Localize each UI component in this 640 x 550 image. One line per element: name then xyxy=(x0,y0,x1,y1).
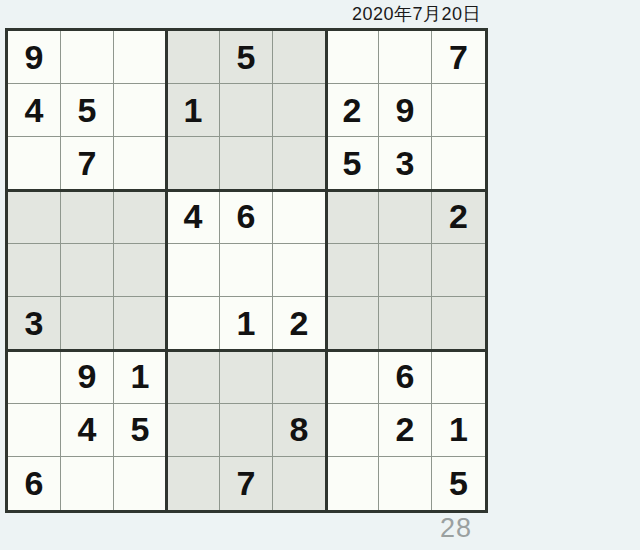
cell-r7c2[interactable]: 9 xyxy=(61,350,114,403)
cell-r3c6[interactable] xyxy=(273,137,326,190)
cell-r9c4[interactable] xyxy=(167,457,220,510)
cell-r7c9[interactable] xyxy=(432,350,485,403)
cell-r6c9[interactable] xyxy=(432,297,485,350)
cell-r2c6[interactable] xyxy=(273,84,326,137)
cell-r9c9[interactable]: 5 xyxy=(432,457,485,510)
cell-r2c5[interactable] xyxy=(220,84,273,137)
cell-r4c1[interactable] xyxy=(8,191,61,244)
cell-r6c8[interactable] xyxy=(379,297,432,350)
cell-r5c1[interactable] xyxy=(8,244,61,297)
cell-r3c5[interactable] xyxy=(220,137,273,190)
puzzle-date-label: 2020年7月20日 xyxy=(352,2,481,26)
cell-r8c7[interactable] xyxy=(326,404,379,457)
cell-r5c9[interactable] xyxy=(432,244,485,297)
cell-r1c6[interactable] xyxy=(273,31,326,84)
cell-r5c4[interactable] xyxy=(167,244,220,297)
cell-r9c3[interactable] xyxy=(114,457,167,510)
cell-r9c5[interactable]: 7 xyxy=(220,457,273,510)
cell-r5c7[interactable] xyxy=(326,244,379,297)
cell-r7c1[interactable] xyxy=(8,350,61,403)
cell-r8c5[interactable] xyxy=(220,404,273,457)
cell-r1c9[interactable]: 7 xyxy=(432,31,485,84)
cell-r7c3[interactable]: 1 xyxy=(114,350,167,403)
cell-r6c5[interactable]: 1 xyxy=(220,297,273,350)
cell-r6c7[interactable] xyxy=(326,297,379,350)
cell-r6c2[interactable] xyxy=(61,297,114,350)
cell-r8c4[interactable] xyxy=(167,404,220,457)
cell-r6c6[interactable]: 2 xyxy=(273,297,326,350)
cell-r1c1[interactable]: 9 xyxy=(8,31,61,84)
cell-r4c5[interactable]: 6 xyxy=(220,191,273,244)
cell-r4c3[interactable] xyxy=(114,191,167,244)
cell-r8c2[interactable]: 4 xyxy=(61,404,114,457)
cell-r1c7[interactable] xyxy=(326,31,379,84)
cell-r2c3[interactable] xyxy=(114,84,167,137)
cell-r8c8[interactable]: 2 xyxy=(379,404,432,457)
cell-r8c3[interactable]: 5 xyxy=(114,404,167,457)
cell-r5c2[interactable] xyxy=(61,244,114,297)
cell-r4c6[interactable] xyxy=(273,191,326,244)
cell-r6c4[interactable] xyxy=(167,297,220,350)
cell-r9c7[interactable] xyxy=(326,457,379,510)
cell-r2c2[interactable]: 5 xyxy=(61,84,114,137)
cell-r5c8[interactable] xyxy=(379,244,432,297)
cell-r9c6[interactable] xyxy=(273,457,326,510)
cell-r1c5[interactable]: 5 xyxy=(220,31,273,84)
cell-r3c2[interactable]: 7 xyxy=(61,137,114,190)
sudoku-board: 9574512975346231291645821675 xyxy=(5,28,488,513)
cell-r3c4[interactable] xyxy=(167,137,220,190)
cell-r5c6[interactable] xyxy=(273,244,326,297)
cell-r7c8[interactable]: 6 xyxy=(379,350,432,403)
cell-r1c3[interactable] xyxy=(114,31,167,84)
cell-r4c7[interactable] xyxy=(326,191,379,244)
cell-r3c3[interactable] xyxy=(114,137,167,190)
cell-r1c8[interactable] xyxy=(379,31,432,84)
cell-r5c3[interactable] xyxy=(114,244,167,297)
cell-r7c7[interactable] xyxy=(326,350,379,403)
cell-r6c3[interactable] xyxy=(114,297,167,350)
cell-r9c8[interactable] xyxy=(379,457,432,510)
cell-r4c9[interactable]: 2 xyxy=(432,191,485,244)
cell-r2c4[interactable]: 1 xyxy=(167,84,220,137)
cell-r1c4[interactable] xyxy=(167,31,220,84)
cell-r3c7[interactable]: 5 xyxy=(326,137,379,190)
cell-r2c1[interactable]: 4 xyxy=(8,84,61,137)
cell-r7c4[interactable] xyxy=(167,350,220,403)
cell-r4c2[interactable] xyxy=(61,191,114,244)
cell-r5c5[interactable] xyxy=(220,244,273,297)
cell-r8c1[interactable] xyxy=(8,404,61,457)
cell-r8c6[interactable]: 8 xyxy=(273,404,326,457)
cell-r9c1[interactable]: 6 xyxy=(8,457,61,510)
clue-count-label: 28 xyxy=(440,513,472,544)
cell-r4c4[interactable]: 4 xyxy=(167,191,220,244)
cell-r6c1[interactable]: 3 xyxy=(8,297,61,350)
cell-r3c9[interactable] xyxy=(432,137,485,190)
sudoku-app-screen: 2020年7月20日 9574512975346231291645821675 … xyxy=(0,0,640,550)
cell-r7c6[interactable] xyxy=(273,350,326,403)
cell-r9c2[interactable] xyxy=(61,457,114,510)
cell-r2c8[interactable]: 9 xyxy=(379,84,432,137)
cell-r7c5[interactable] xyxy=(220,350,273,403)
cell-r2c9[interactable] xyxy=(432,84,485,137)
cell-r3c1[interactable] xyxy=(8,137,61,190)
cell-r4c8[interactable] xyxy=(379,191,432,244)
cell-r8c9[interactable]: 1 xyxy=(432,404,485,457)
cell-r1c2[interactable] xyxy=(61,31,114,84)
cell-r3c8[interactable]: 3 xyxy=(379,137,432,190)
cell-r2c7[interactable]: 2 xyxy=(326,84,379,137)
